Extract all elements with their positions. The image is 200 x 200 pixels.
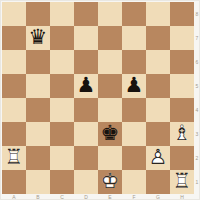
chess-board: ♛♟♟♚♝♗♜♖♟♙♚♔♜♖ [2, 2, 194, 194]
square-e1[interactable]: ♚♔ [98, 170, 122, 194]
file-label-d: D [74, 194, 98, 200]
square-h6[interactable] [170, 50, 194, 74]
square-b3[interactable] [26, 122, 50, 146]
rank-labels: 87654321 [194, 2, 200, 194]
rank-label-2: 2 [194, 146, 200, 170]
square-a8[interactable] [2, 2, 26, 26]
square-a6[interactable] [2, 50, 26, 74]
rank-label-1: 1 [194, 170, 200, 194]
square-a3[interactable] [2, 122, 26, 146]
square-g2[interactable]: ♟♙ [146, 146, 170, 170]
piece-glyph: ♟ [77, 75, 96, 96]
file-label-b: B [26, 194, 50, 200]
square-b5[interactable] [26, 74, 50, 98]
white-king-e1[interactable]: ♚♔ [98, 170, 122, 194]
square-a2[interactable]: ♜♖ [2, 146, 26, 170]
square-h3[interactable]: ♝♗ [170, 122, 194, 146]
square-h1[interactable]: ♜♖ [170, 170, 194, 194]
square-g1[interactable] [146, 170, 170, 194]
rank-label-5: 5 [194, 74, 200, 98]
square-f4[interactable] [122, 98, 146, 122]
square-e2[interactable] [98, 146, 122, 170]
piece-glyph: ♖ [173, 171, 192, 192]
square-f5[interactable]: ♟ [122, 74, 146, 98]
square-c8[interactable] [50, 2, 74, 26]
square-e6[interactable] [98, 50, 122, 74]
square-e5[interactable] [98, 74, 122, 98]
piece-glyph: ♙ [149, 147, 168, 168]
rank-label-7: 7 [194, 26, 200, 50]
square-d3[interactable] [74, 122, 98, 146]
black-pawn-d5[interactable]: ♟ [74, 74, 98, 98]
rank-label-4: 4 [194, 98, 200, 122]
square-b7[interactable]: ♛ [26, 26, 50, 50]
square-b4[interactable] [26, 98, 50, 122]
square-f3[interactable] [122, 122, 146, 146]
square-d2[interactable] [74, 146, 98, 170]
square-a4[interactable] [2, 98, 26, 122]
piece-glyph: ♔ [101, 171, 120, 192]
rank-label-8: 8 [194, 2, 200, 26]
square-f6[interactable] [122, 50, 146, 74]
square-h5[interactable] [170, 74, 194, 98]
file-labels: ABCDEFGH [2, 194, 194, 200]
square-e4[interactable] [98, 98, 122, 122]
file-label-g: G [146, 194, 170, 200]
square-d5[interactable]: ♟ [74, 74, 98, 98]
square-c7[interactable] [50, 26, 74, 50]
square-a5[interactable] [2, 74, 26, 98]
square-b8[interactable] [26, 2, 50, 26]
piece-glyph: ♛ [29, 27, 48, 48]
square-e3[interactable]: ♚ [98, 122, 122, 146]
file-label-c: C [50, 194, 74, 200]
square-h8[interactable] [170, 2, 194, 26]
white-rook-h1[interactable]: ♜♖ [170, 170, 194, 194]
square-d4[interactable] [74, 98, 98, 122]
piece-glyph: ♚ [101, 123, 120, 144]
square-h4[interactable] [170, 98, 194, 122]
square-g8[interactable] [146, 2, 170, 26]
square-d6[interactable] [74, 50, 98, 74]
square-b2[interactable] [26, 146, 50, 170]
square-b1[interactable] [26, 170, 50, 194]
square-a1[interactable] [2, 170, 26, 194]
square-c4[interactable] [50, 98, 74, 122]
piece-glyph: ♟ [125, 75, 144, 96]
square-g3[interactable] [146, 122, 170, 146]
square-f1[interactable] [122, 170, 146, 194]
piece-glyph: ♗ [173, 123, 192, 144]
square-d1[interactable] [74, 170, 98, 194]
black-king-e3[interactable]: ♚ [98, 122, 122, 146]
square-d7[interactable] [74, 26, 98, 50]
black-queen-b7[interactable]: ♛ [26, 26, 50, 50]
white-bishop-h3[interactable]: ♝♗ [170, 122, 194, 146]
black-pawn-f5[interactable]: ♟ [122, 74, 146, 98]
square-e8[interactable] [98, 2, 122, 26]
square-f7[interactable] [122, 26, 146, 50]
white-rook-a2[interactable]: ♜♖ [2, 146, 26, 170]
square-c6[interactable] [50, 50, 74, 74]
square-c1[interactable] [50, 170, 74, 194]
file-label-f: F [122, 194, 146, 200]
square-g4[interactable] [146, 98, 170, 122]
square-c3[interactable] [50, 122, 74, 146]
file-label-a: A [2, 194, 26, 200]
rank-label-3: 3 [194, 122, 200, 146]
square-h7[interactable] [170, 26, 194, 50]
square-g6[interactable] [146, 50, 170, 74]
square-f2[interactable] [122, 146, 146, 170]
square-h2[interactable] [170, 146, 194, 170]
square-f8[interactable] [122, 2, 146, 26]
square-c2[interactable] [50, 146, 74, 170]
rank-label-6: 6 [194, 50, 200, 74]
file-label-h: H [170, 194, 194, 200]
white-pawn-g2[interactable]: ♟♙ [146, 146, 170, 170]
square-d8[interactable] [74, 2, 98, 26]
square-e7[interactable] [98, 26, 122, 50]
square-c5[interactable] [50, 74, 74, 98]
file-label-e: E [98, 194, 122, 200]
square-b6[interactable] [26, 50, 50, 74]
piece-glyph: ♖ [5, 147, 24, 168]
square-a7[interactable] [2, 26, 26, 50]
square-g7[interactable] [146, 26, 170, 50]
square-g5[interactable] [146, 74, 170, 98]
